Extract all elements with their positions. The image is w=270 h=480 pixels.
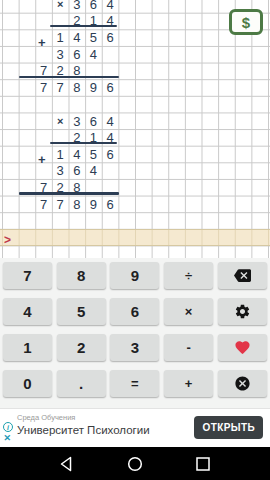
digit-cell: 9 [85,79,102,96]
digit-cell: 4 [69,146,86,163]
key-heart[interactable] [218,334,267,361]
key-+[interactable]: + [164,370,213,397]
key-4[interactable]: 4 [3,298,52,325]
digit-cell: 3 [52,163,69,180]
digit-cell: 8 [69,79,86,96]
keypad: 789÷456×123-0.=+ [0,258,270,408]
digit-cell: 6 [85,113,102,130]
ad-close-icon[interactable]: ✕ [4,434,12,443]
plus-sign: + [34,151,51,168]
key-8[interactable]: 8 [57,262,106,289]
digit-cell: 3 [69,0,86,13]
factors-underline [50,25,117,27]
digit-cell: 7 [35,79,52,96]
ad-open-button[interactable]: ОТКРЫТЬ [194,416,263,439]
multiplication-block: ×364214145636472877896+ [2,113,118,213]
multiply-sign: × [52,113,69,130]
digit-cell: 3 [69,113,86,130]
key-.[interactable]: . [57,370,106,397]
sum-underline [19,192,119,194]
digit-cell: 7 [52,196,69,213]
ad-banner[interactable]: i ✕ Среда Обучения Университет Психологи… [0,408,270,447]
coins-button[interactable]: $ [229,9,263,35]
digit-cell: 6 [102,29,119,46]
key-close[interactable] [218,370,267,397]
key-2[interactable]: 2 [57,334,106,361]
key-6[interactable]: 6 [110,298,159,325]
key-5[interactable]: 5 [57,298,106,325]
recents-icon[interactable] [194,455,212,473]
digit-cell: 6 [69,163,86,180]
ad-info-icon[interactable]: i [3,422,13,432]
key-1[interactable]: 1 [3,334,52,361]
key-backspace[interactable] [218,262,267,289]
prompt-cursor: > [0,233,11,248]
backspace-icon [232,267,253,284]
back-icon[interactable] [58,455,76,473]
multiply-sign: × [52,0,69,13]
key-0[interactable]: 0 [3,370,52,397]
key-×[interactable]: × [164,298,213,325]
digit-cell: 4 [85,46,102,63]
heart-icon [233,339,252,356]
digit-cell: 6 [69,46,86,63]
digit-cell: 7 [35,196,52,213]
digit-cell: 3 [52,46,69,63]
input-prompt-row[interactable]: > [0,229,270,246]
close-icon [234,375,251,392]
plus-sign: + [34,35,51,52]
digit-cell: 9 [85,196,102,213]
digit-cell: 6 [102,196,119,213]
multiplication-block: ×364214145636472877896+ [2,0,118,96]
home-icon[interactable] [126,455,144,473]
dollar-icon: $ [242,14,250,31]
android-navbar [0,447,270,480]
digit-cell: 6 [102,146,119,163]
key-settings[interactable] [218,298,267,325]
digit-cell: 4 [69,29,86,46]
digit-cell: 6 [102,79,119,96]
digit-cell: 8 [69,196,86,213]
digit-cell: 5 [85,29,102,46]
key-÷[interactable]: ÷ [164,262,213,289]
key--[interactable]: - [164,334,213,361]
digit-cell: 4 [102,113,119,130]
digit-cell: 4 [102,0,119,13]
key-7[interactable]: 7 [3,262,52,289]
key-9[interactable]: 9 [110,262,159,289]
sum-underline [19,76,119,78]
key-3[interactable]: 3 [110,334,159,361]
factors-underline [50,142,117,144]
digit-cell: 6 [85,0,102,13]
digit-cell: 4 [85,163,102,180]
digit-cell: 1 [52,29,69,46]
digit-cell: 7 [52,79,69,96]
key-=[interactable]: = [110,370,159,397]
digit-cell: 5 [85,146,102,163]
digit-cell: 1 [52,146,69,163]
settings-icon [234,303,251,320]
